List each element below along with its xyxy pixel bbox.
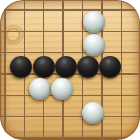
- wood-grain-streak: [0, 122, 140, 125]
- wood-grain-streak: [0, 130, 140, 133]
- white-stone: [83, 11, 105, 33]
- black-stone: [55, 56, 77, 78]
- grid-line-horizontal: [0, 52, 140, 54]
- grid-line-horizontal: [0, 137, 140, 139]
- grid-line-horizontal: [0, 9, 140, 11]
- white-stone: [83, 34, 105, 56]
- grid-line-horizontal: [0, 31, 140, 33]
- white-stone: [29, 78, 51, 100]
- black-stone: [99, 56, 121, 78]
- black-stone: [10, 56, 32, 78]
- grid-line-vertical: [121, 0, 123, 140]
- white-stone: [51, 78, 73, 100]
- black-stone: [33, 56, 55, 78]
- white-stone: [82, 102, 104, 124]
- gomoku-board-icon[interactable]: [0, 0, 140, 140]
- page-background: [0, 0, 140, 140]
- grid-line-vertical: [4, 0, 6, 140]
- black-stone: [77, 56, 99, 78]
- grid-line-horizontal: [0, 116, 140, 118]
